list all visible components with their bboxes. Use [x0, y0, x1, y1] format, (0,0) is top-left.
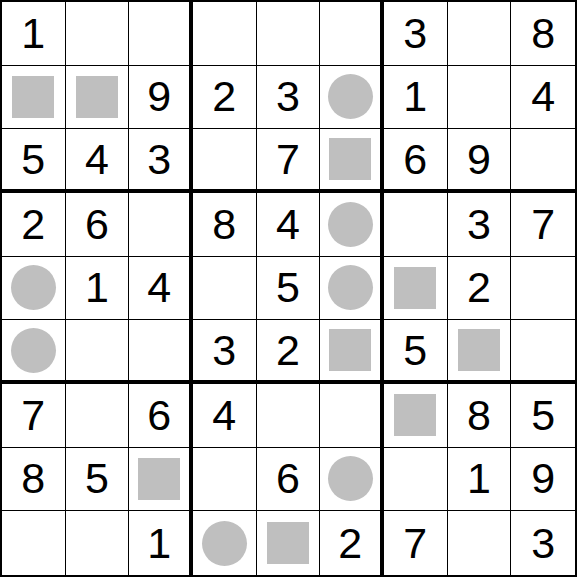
given-digit: 2 — [276, 329, 300, 372]
given-digit: 4 — [147, 266, 171, 309]
even-square-marker — [267, 522, 309, 564]
cell-r1c8[interactable] — [448, 2, 512, 66]
cell-r7c1: 7 — [2, 384, 66, 448]
given-digit: 3 — [531, 522, 555, 565]
cell-r7c6[interactable] — [320, 384, 384, 448]
cell-r2c4: 2 — [193, 66, 257, 130]
odd-circle-marker — [328, 74, 373, 119]
cell-r2c9: 4 — [511, 66, 575, 130]
cell-r9c2[interactable] — [66, 511, 130, 575]
given-digit: 4 — [85, 138, 109, 181]
cell-r8c3[interactable] — [129, 448, 193, 512]
cell-r4c6[interactable] — [320, 193, 384, 257]
given-digit: 3 — [147, 138, 171, 181]
cell-r4c7[interactable] — [384, 193, 448, 257]
given-digit: 3 — [276, 75, 300, 118]
cell-r3c4[interactable] — [193, 129, 257, 193]
cell-r5c5: 5 — [257, 257, 321, 321]
cell-r5c4[interactable] — [193, 257, 257, 321]
cell-r8c1: 8 — [2, 448, 66, 512]
cell-r9c1[interactable] — [2, 511, 66, 575]
cell-r7c9: 5 — [511, 384, 575, 448]
cell-r5c8: 2 — [448, 257, 512, 321]
cell-r7c7[interactable] — [384, 384, 448, 448]
cell-r6c2[interactable] — [66, 320, 130, 384]
cell-r8c6[interactable] — [320, 448, 384, 512]
given-digit: 4 — [276, 203, 300, 246]
cell-r6c5: 2 — [257, 320, 321, 384]
given-digit: 3 — [403, 12, 427, 55]
cell-r7c2[interactable] — [66, 384, 130, 448]
given-digit: 9 — [147, 75, 171, 118]
cell-r4c4: 8 — [193, 193, 257, 257]
even-square-marker — [329, 329, 371, 371]
cell-r1c6[interactable] — [320, 2, 384, 66]
sudoku-board: 1389231454376926843714523257648585619127… — [0, 0, 577, 577]
cell-r5c1[interactable] — [2, 257, 66, 321]
cell-r9c4[interactable] — [193, 511, 257, 575]
even-square-marker — [76, 76, 118, 118]
given-digit: 2 — [212, 75, 236, 118]
given-digit: 8 — [21, 457, 45, 500]
cell-r1c3[interactable] — [129, 2, 193, 66]
cell-r8c2: 5 — [66, 448, 130, 512]
given-digit: 6 — [276, 457, 300, 500]
given-digit: 6 — [403, 138, 427, 181]
cell-r3c5: 7 — [257, 129, 321, 193]
cell-r4c8: 3 — [448, 193, 512, 257]
given-digit: 1 — [147, 522, 171, 565]
given-digit: 4 — [212, 394, 236, 437]
even-square-marker — [329, 138, 371, 180]
cell-r9c7: 7 — [384, 511, 448, 575]
odd-circle-marker — [328, 265, 373, 310]
puzzle-page: 1389231454376926843714523257648585619127… — [0, 0, 577, 577]
cell-r3c7: 6 — [384, 129, 448, 193]
cell-r7c3: 6 — [129, 384, 193, 448]
given-digit: 5 — [531, 394, 555, 437]
cell-r3c3: 3 — [129, 129, 193, 193]
cell-r5c9[interactable] — [511, 257, 575, 321]
given-digit: 1 — [467, 457, 491, 500]
cell-r2c7: 1 — [384, 66, 448, 130]
odd-circle-marker — [11, 265, 56, 310]
given-digit: 2 — [338, 522, 362, 565]
cell-r8c9: 9 — [511, 448, 575, 512]
given-digit: 9 — [467, 138, 491, 181]
given-digit: 2 — [21, 203, 45, 246]
cell-r8c5: 6 — [257, 448, 321, 512]
given-digit: 8 — [467, 394, 491, 437]
cell-r3c2: 4 — [66, 129, 130, 193]
cell-r6c9[interactable] — [511, 320, 575, 384]
cell-r9c9: 3 — [511, 511, 575, 575]
cell-r1c9: 8 — [511, 2, 575, 66]
cell-r5c3: 4 — [129, 257, 193, 321]
cell-r4c9: 7 — [511, 193, 575, 257]
cell-r1c1: 1 — [2, 2, 66, 66]
cell-r7c4: 4 — [193, 384, 257, 448]
cell-r2c1[interactable] — [2, 66, 66, 130]
cell-r9c8[interactable] — [448, 511, 512, 575]
given-digit: 5 — [276, 266, 300, 309]
cell-r4c5: 4 — [257, 193, 321, 257]
odd-circle-marker — [202, 521, 247, 566]
given-digit: 5 — [21, 138, 45, 181]
cell-r6c7: 5 — [384, 320, 448, 384]
odd-circle-marker — [328, 456, 373, 501]
given-digit: 9 — [531, 457, 555, 500]
cell-r4c1: 2 — [2, 193, 66, 257]
even-square-marker — [12, 76, 54, 118]
odd-circle-marker — [11, 328, 56, 373]
cell-r1c4[interactable] — [193, 2, 257, 66]
given-digit: 8 — [212, 203, 236, 246]
cell-r2c2[interactable] — [66, 66, 130, 130]
cell-r5c7[interactable] — [384, 257, 448, 321]
cell-r1c7: 3 — [384, 2, 448, 66]
cell-r6c1[interactable] — [2, 320, 66, 384]
given-digit: 4 — [531, 75, 555, 118]
given-digit: 3 — [467, 203, 491, 246]
given-digit: 7 — [403, 522, 427, 565]
cell-r1c5[interactable] — [257, 2, 321, 66]
odd-circle-marker — [328, 202, 373, 247]
even-square-marker — [394, 267, 436, 309]
given-digit: 7 — [276, 138, 300, 181]
given-digit: 1 — [21, 12, 45, 55]
cell-r6c4: 3 — [193, 320, 257, 384]
cell-r8c8: 1 — [448, 448, 512, 512]
cell-r6c3[interactable] — [129, 320, 193, 384]
even-square-marker — [458, 329, 500, 371]
given-digit: 7 — [531, 203, 555, 246]
cell-r7c8: 8 — [448, 384, 512, 448]
even-square-marker — [138, 458, 180, 500]
cell-r5c6[interactable] — [320, 257, 384, 321]
cell-r4c3[interactable] — [129, 193, 193, 257]
given-digit: 5 — [403, 329, 427, 372]
given-digit: 6 — [85, 203, 109, 246]
cell-r8c7[interactable] — [384, 448, 448, 512]
given-digit: 8 — [531, 12, 555, 55]
cell-r6c6[interactable] — [320, 320, 384, 384]
even-square-marker — [394, 394, 436, 436]
given-digit: 3 — [212, 329, 236, 372]
cell-r9c3: 1 — [129, 511, 193, 575]
cell-r1c2[interactable] — [66, 2, 130, 66]
cell-r2c5: 3 — [257, 66, 321, 130]
cell-r4c2: 6 — [66, 193, 130, 257]
cell-r3c8: 9 — [448, 129, 512, 193]
cell-r3c9[interactable] — [511, 129, 575, 193]
cell-r8c4[interactable] — [193, 448, 257, 512]
cell-r3c1: 5 — [2, 129, 66, 193]
given-digit: 1 — [403, 75, 427, 118]
given-digit: 7 — [21, 394, 45, 437]
given-digit: 2 — [467, 266, 491, 309]
given-digit: 5 — [85, 457, 109, 500]
cell-r9c6: 2 — [320, 511, 384, 575]
cell-r6c8[interactable] — [448, 320, 512, 384]
cell-r3c6[interactable] — [320, 129, 384, 193]
cell-r5c2: 1 — [66, 257, 130, 321]
cell-r9c5[interactable] — [257, 511, 321, 575]
cell-r2c3: 9 — [129, 66, 193, 130]
cell-r2c8[interactable] — [448, 66, 512, 130]
given-digit: 1 — [85, 266, 109, 309]
cell-r2c6[interactable] — [320, 66, 384, 130]
given-digit: 6 — [147, 394, 171, 437]
cell-r7c5[interactable] — [257, 384, 321, 448]
